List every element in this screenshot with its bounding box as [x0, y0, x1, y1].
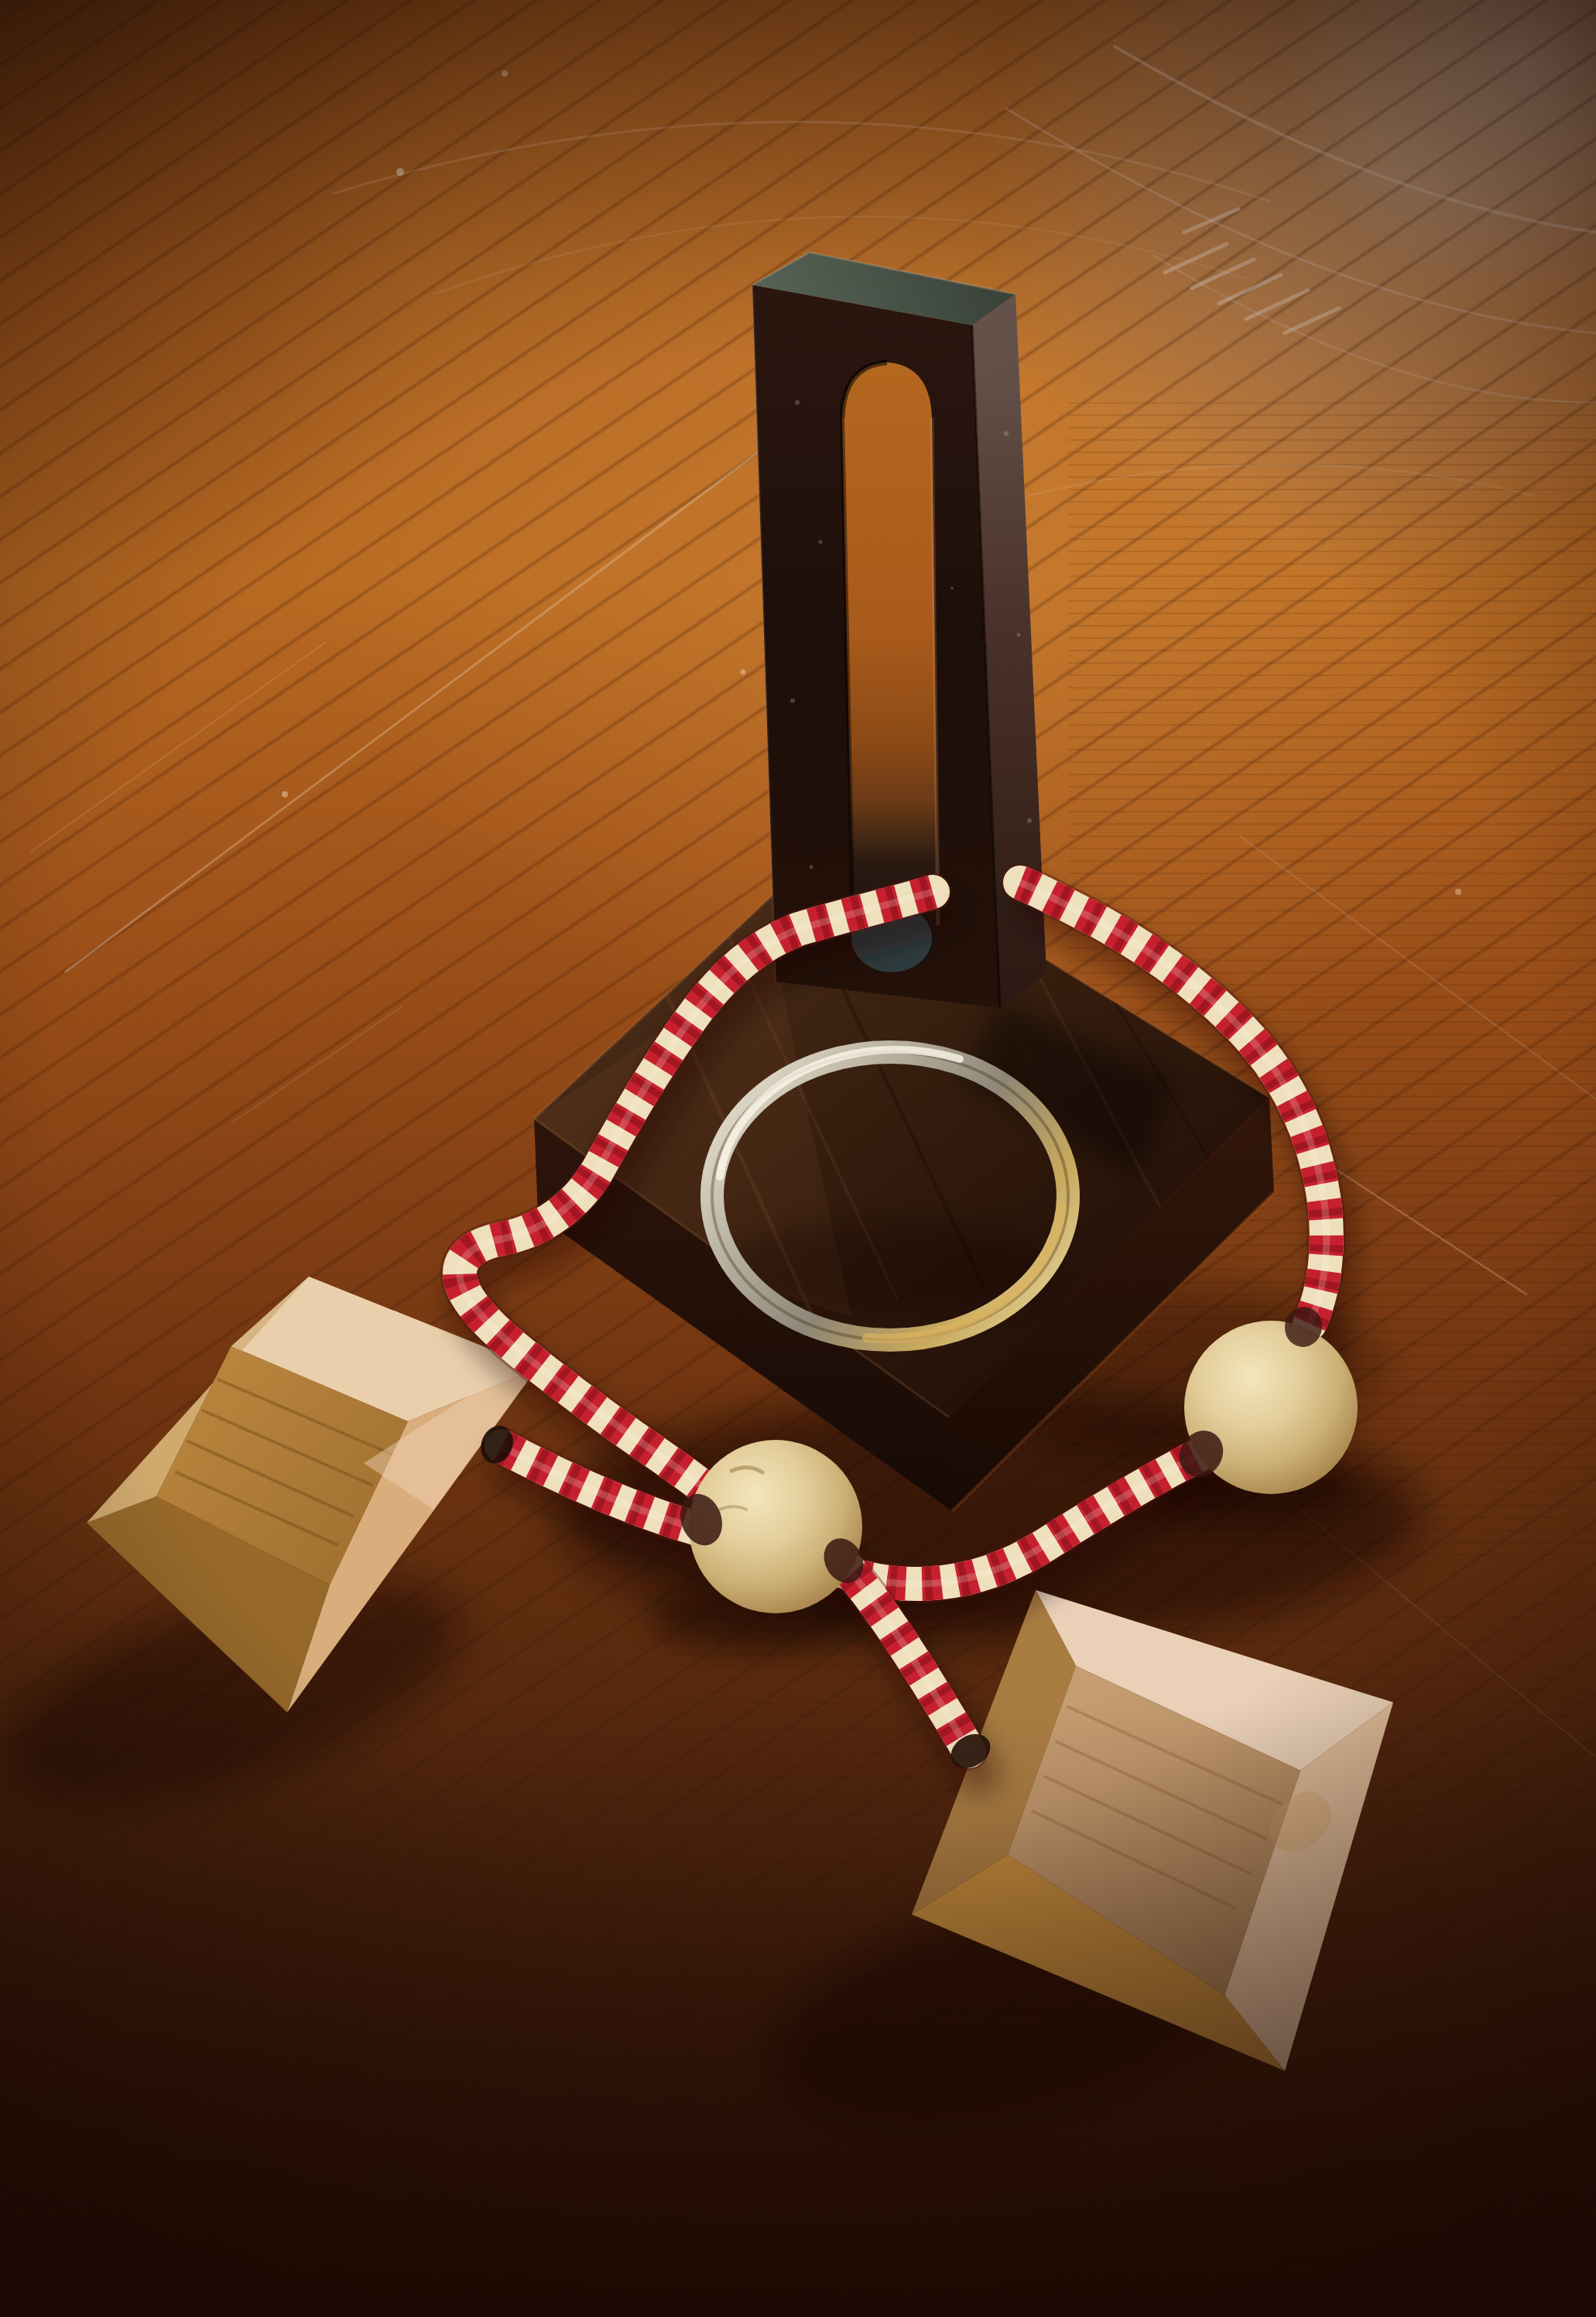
vignette: [0, 0, 1596, 2317]
puzzle-photo-canvas: [0, 0, 1596, 2317]
photo-string-puzzle: [0, 0, 1596, 2317]
